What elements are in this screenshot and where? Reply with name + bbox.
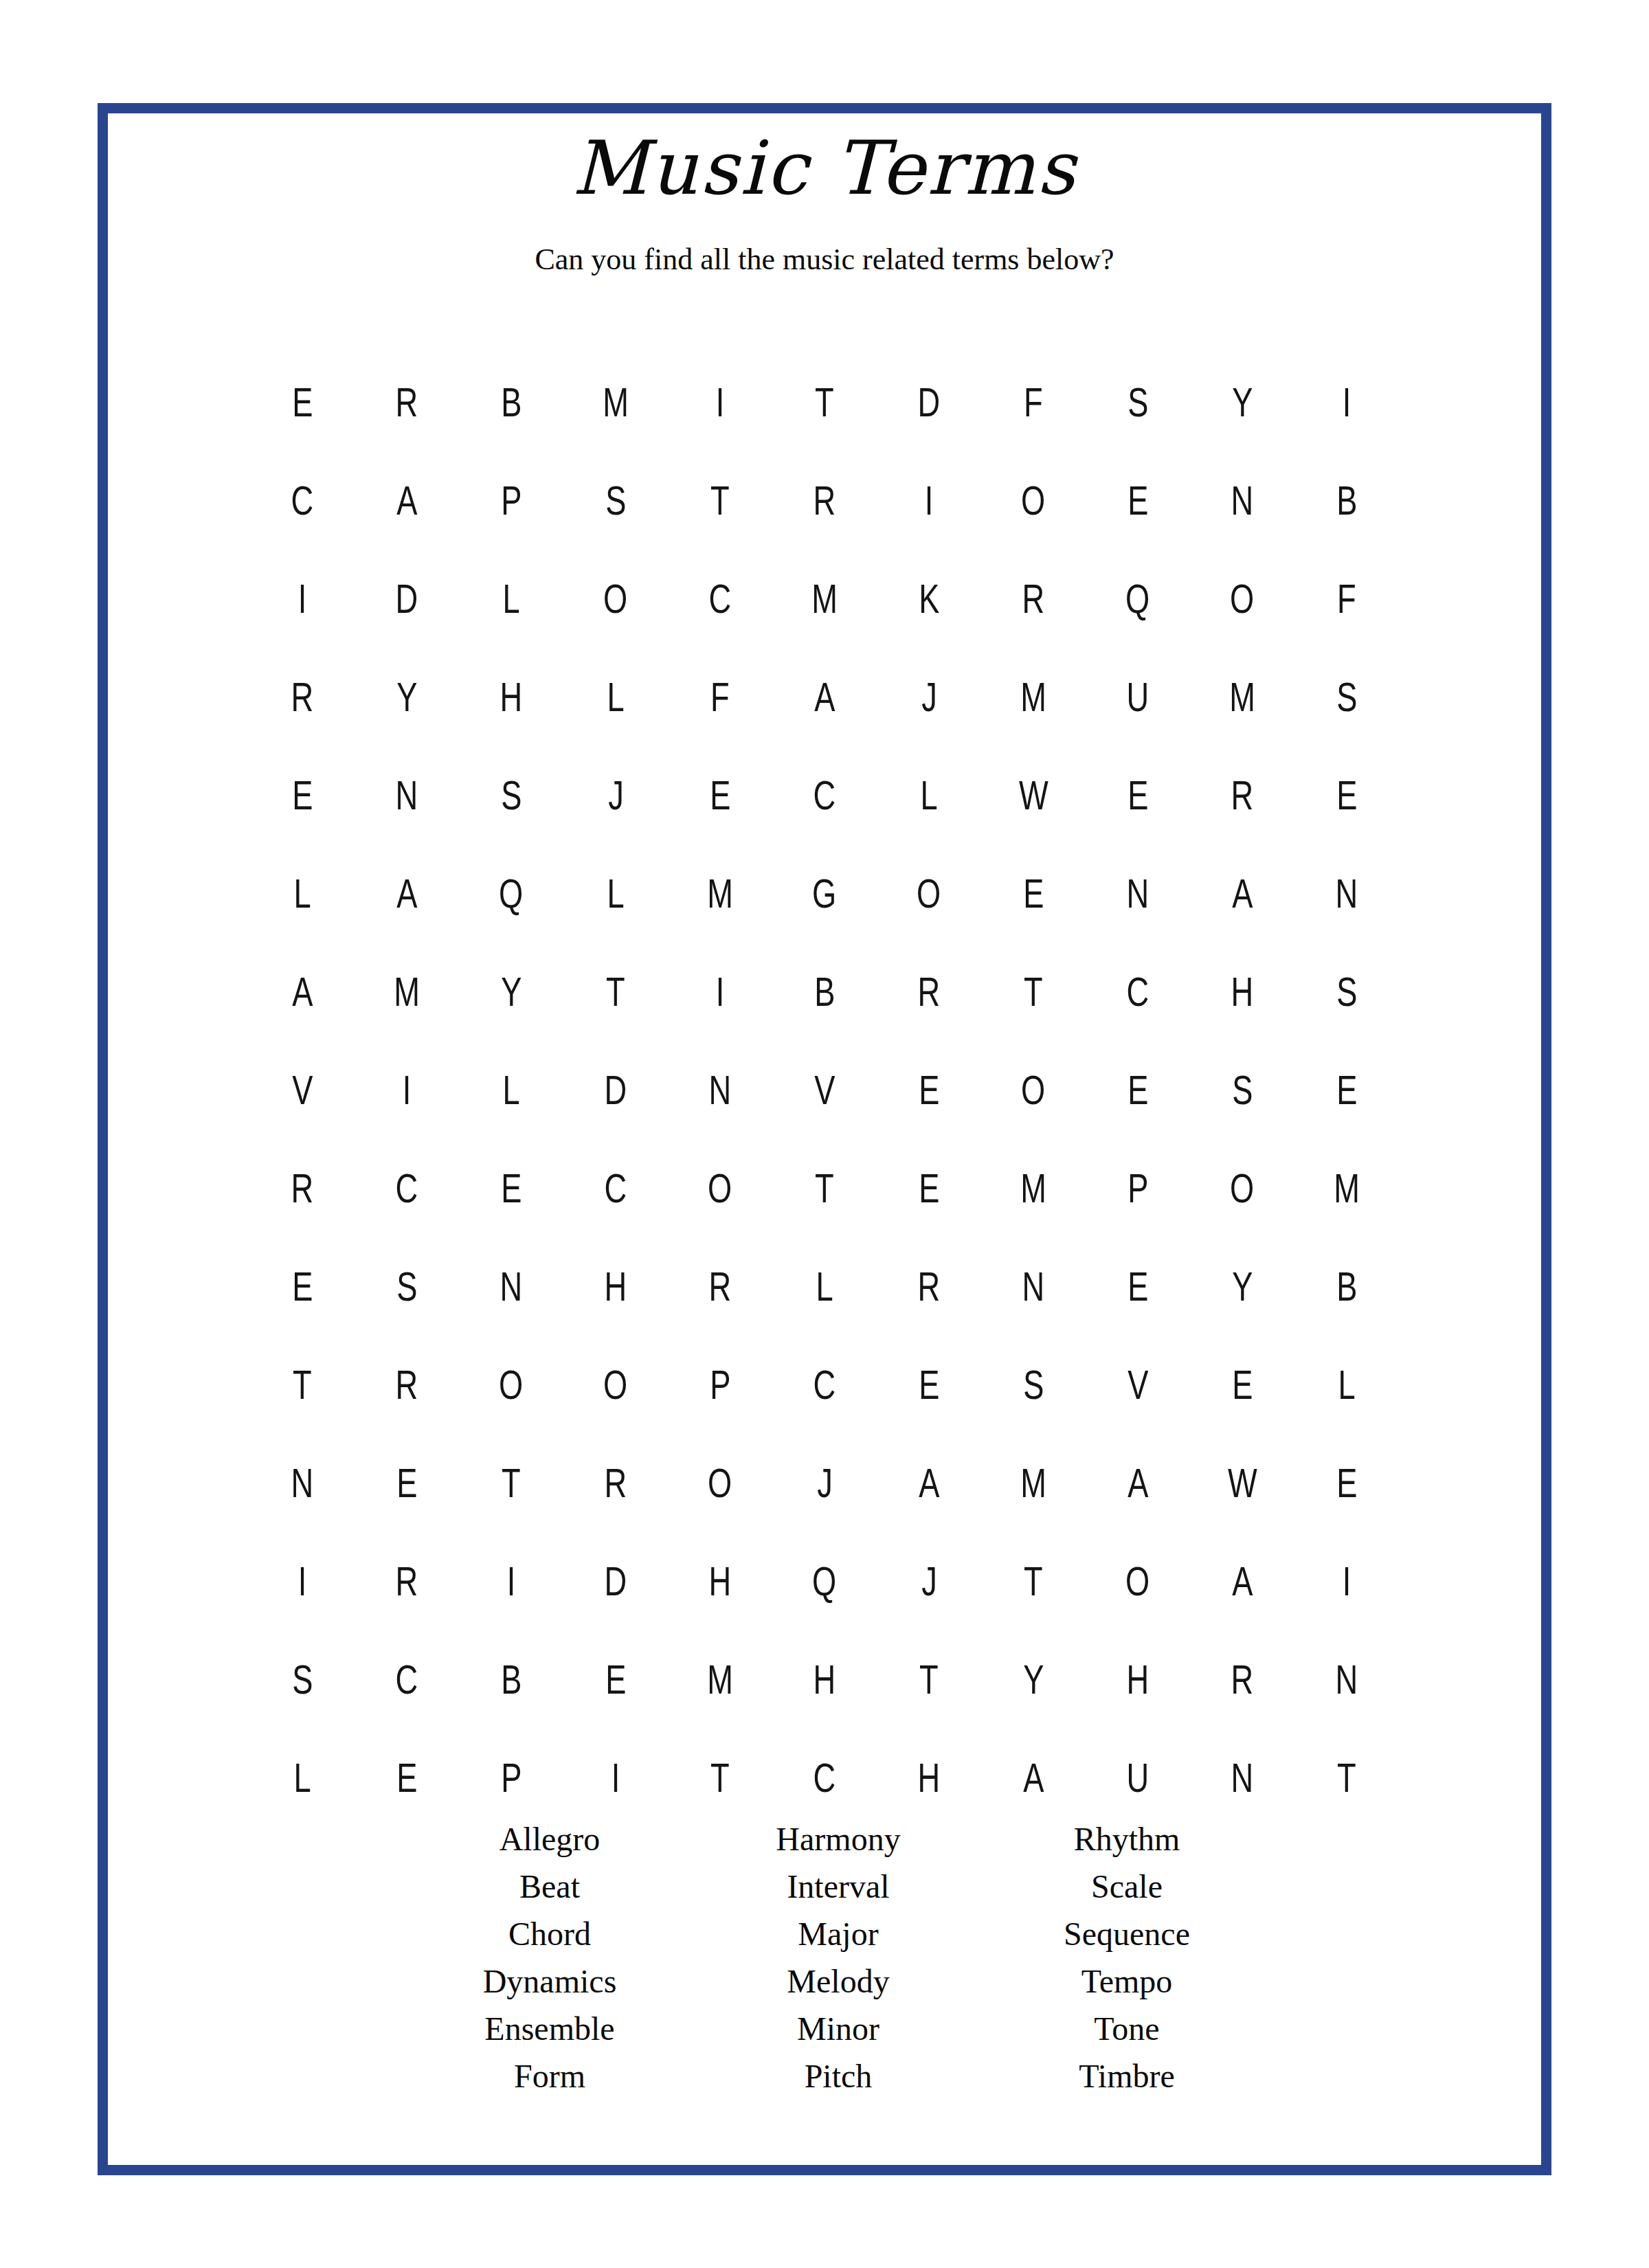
grid-cell-r11c5[interactable]: P: [668, 1336, 772, 1434]
grid-cell-r15c9[interactable]: U: [1086, 1729, 1190, 1827]
grid-cell-r11c11[interactable]: L: [1294, 1336, 1399, 1434]
grid-letter: O: [1125, 1558, 1149, 1604]
grid-cell-r13c9[interactable]: O: [1086, 1532, 1190, 1630]
grid-cell-r14c11[interactable]: N: [1294, 1630, 1399, 1729]
grid-cell-r9c2[interactable]: C: [355, 1139, 459, 1237]
grid-cell-r13c6[interactable]: Q: [772, 1532, 877, 1630]
grid-letter: O: [708, 1165, 732, 1211]
grid-cell-r9c7[interactable]: E: [877, 1139, 981, 1237]
grid-cell-r1c8[interactable]: F: [981, 353, 1086, 451]
grid-letter: R: [918, 1263, 941, 1310]
grid-cell-r12c2[interactable]: E: [355, 1434, 459, 1532]
grid-letter: A: [396, 477, 417, 524]
grid-letter: B: [501, 379, 521, 425]
grid-letter: P: [1128, 1165, 1148, 1211]
grid-cell-r14c9[interactable]: H: [1086, 1630, 1190, 1729]
grid-letter: B: [1336, 477, 1357, 524]
grid-cell-r6c1[interactable]: L: [250, 844, 355, 943]
grid-letter: D: [918, 379, 941, 425]
grid-cell-r7c11[interactable]: S: [1294, 943, 1399, 1041]
grid-cell-r6c9[interactable]: N: [1086, 844, 1190, 943]
grid-cell-r7c7[interactable]: R: [877, 943, 981, 1041]
word-list-item: Minor: [694, 2005, 983, 2052]
grid-cell-r3c1[interactable]: I: [250, 550, 355, 648]
grid-letter: M: [1020, 673, 1046, 720]
grid-cell-r11c6[interactable]: C: [772, 1336, 877, 1434]
grid-letter: R: [291, 673, 314, 720]
grid-cell-r14c4[interactable]: E: [563, 1630, 668, 1729]
grid-cell-r10c2[interactable]: S: [355, 1237, 459, 1336]
grid-cell-r13c5[interactable]: H: [668, 1532, 772, 1630]
grid-letter: C: [605, 1165, 627, 1211]
grid-letter: H: [918, 1754, 941, 1801]
puzzle-title: Music Terms: [0, 125, 1649, 211]
grid-letter: H: [1231, 968, 1254, 1015]
grid-cell-r13c8[interactable]: T: [981, 1532, 1086, 1630]
word-search-grid: ERBMITDFSYICAPSTRIOENBIDLOCMKRQOFRYHLFAJ…: [250, 353, 1399, 1827]
grid-cell-r4c9[interactable]: U: [1086, 648, 1190, 746]
grid-cell-r13c1[interactable]: I: [250, 1532, 355, 1630]
grid-letter: P: [710, 1361, 730, 1408]
grid-cell-r4c8[interactable]: M: [981, 648, 1086, 746]
grid-letter: L: [920, 772, 937, 818]
grid-letter: H: [709, 1558, 732, 1604]
grid-cell-r14c3[interactable]: B: [459, 1630, 563, 1729]
grid-letter: C: [814, 1754, 836, 1801]
grid-cell-r1c11[interactable]: I: [1294, 353, 1399, 451]
puzzle-page: Music Terms Can you find all the music r…: [0, 0, 1649, 2268]
grid-letter: N: [1231, 1754, 1254, 1801]
grid-cell-r13c3[interactable]: I: [459, 1532, 563, 1630]
grid-letter: N: [396, 772, 418, 818]
grid-cell-r10c7[interactable]: R: [877, 1237, 981, 1336]
grid-letter: A: [814, 673, 835, 720]
grid-letter: S: [396, 1263, 417, 1310]
grid-cell-r10c11[interactable]: B: [1294, 1237, 1399, 1336]
grid-cell-r2c8[interactable]: O: [981, 451, 1086, 550]
grid-letter: R: [814, 477, 836, 524]
grid-letter: O: [1021, 1066, 1045, 1113]
grid-letter: T: [710, 1754, 730, 1801]
grid-letter: A: [292, 968, 313, 1015]
word-list-item: Ensemble: [405, 2005, 694, 2052]
grid-letter: R: [1022, 575, 1045, 622]
grid-cell-r15c3[interactable]: P: [459, 1729, 563, 1827]
grid-letter: B: [814, 968, 835, 1015]
grid-cell-r12c8[interactable]: M: [981, 1434, 1086, 1532]
grid-letter: L: [293, 1754, 311, 1801]
grid-cell-r10c9[interactable]: E: [1086, 1237, 1190, 1336]
grid-cell-r2c2[interactable]: A: [355, 451, 459, 550]
grid-cell-r12c6[interactable]: J: [772, 1434, 877, 1532]
grid-letter: Y: [1232, 379, 1253, 425]
grid-cell-r8c4[interactable]: D: [563, 1041, 668, 1139]
grid-cell-r13c2[interactable]: R: [355, 1532, 459, 1630]
grid-letter: R: [709, 1263, 732, 1310]
word-list-item: Harmony: [694, 1815, 983, 1863]
grid-cell-r15c1[interactable]: L: [250, 1729, 355, 1827]
grid-cell-r3c6[interactable]: M: [772, 550, 877, 648]
grid-cell-r7c1[interactable]: A: [250, 943, 355, 1041]
word-list-item: Beat: [405, 1863, 694, 1910]
grid-cell-r5c7[interactable]: L: [877, 746, 981, 844]
grid-cell-r2c4[interactable]: S: [563, 451, 668, 550]
grid-cell-r6c11[interactable]: N: [1294, 844, 1399, 943]
grid-letter: M: [394, 968, 420, 1015]
grid-letter: E: [1336, 772, 1357, 818]
word-list-item: Form: [405, 2052, 694, 2100]
grid-cell-r7c3[interactable]: Y: [459, 943, 563, 1041]
grid-cell-r14c7[interactable]: T: [877, 1630, 981, 1729]
grid-letter: M: [707, 870, 733, 917]
grid-cell-r15c7[interactable]: H: [877, 1729, 981, 1827]
grid-letter: L: [502, 575, 519, 622]
grid-cell-r12c9[interactable]: A: [1086, 1434, 1190, 1532]
grid-cell-r11c4[interactable]: O: [563, 1336, 668, 1434]
grid-letter: E: [292, 1263, 313, 1310]
grid-cell-r2c5[interactable]: T: [668, 451, 772, 550]
grid-cell-r1c6[interactable]: T: [772, 353, 877, 451]
grid-letter: C: [291, 477, 314, 524]
word-list-item: Sequence: [983, 1910, 1271, 1957]
grid-cell-r4c6[interactable]: A: [772, 648, 877, 746]
grid-cell-r2c7[interactable]: I: [877, 451, 981, 550]
grid-cell-r1c1[interactable]: E: [250, 353, 355, 451]
grid-letter: I: [716, 968, 725, 1015]
grid-cell-r9c11[interactable]: M: [1294, 1139, 1399, 1237]
grid-cell-r8c1[interactable]: V: [250, 1041, 355, 1139]
grid-letter: L: [816, 1263, 833, 1310]
grid-letter: A: [919, 1459, 939, 1506]
grid-cell-r7c9[interactable]: C: [1086, 943, 1190, 1041]
grid-letter: E: [396, 1459, 417, 1506]
grid-cell-r2c3[interactable]: P: [459, 451, 563, 550]
grid-cell-r4c10[interactable]: M: [1190, 648, 1294, 746]
grid-cell-r12c4[interactable]: R: [563, 1434, 668, 1532]
grid-letter: O: [917, 870, 941, 917]
grid-cell-r12c11[interactable]: E: [1294, 1434, 1399, 1532]
grid-cell-r7c4[interactable]: T: [563, 943, 668, 1041]
grid-cell-r10c10[interactable]: Y: [1190, 1237, 1294, 1336]
grid-cell-r3c2[interactable]: D: [355, 550, 459, 648]
grid-letter: Q: [812, 1558, 836, 1604]
grid-cell-r15c11[interactable]: T: [1294, 1729, 1399, 1827]
grid-cell-r3c4[interactable]: O: [563, 550, 668, 648]
grid-letter: Y: [1232, 1263, 1253, 1310]
grid-cell-r15c5[interactable]: T: [668, 1729, 772, 1827]
grid-letter: U: [1127, 1754, 1149, 1801]
word-list-item: Pitch: [694, 2052, 983, 2100]
grid-cell-r2c1[interactable]: C: [250, 451, 355, 550]
grid-cell-r4c3[interactable]: H: [459, 648, 563, 746]
grid-cell-r3c9[interactable]: Q: [1086, 550, 1190, 648]
grid-letter: E: [1128, 772, 1148, 818]
grid-letter: A: [396, 870, 417, 917]
grid-cell-r10c1[interactable]: E: [250, 1237, 355, 1336]
grid-cell-r6c2[interactable]: A: [355, 844, 459, 943]
grid-cell-r8c10[interactable]: S: [1190, 1041, 1294, 1139]
grid-letter: R: [396, 1361, 418, 1408]
grid-letter: J: [608, 772, 624, 818]
grid-letter: T: [815, 379, 834, 425]
grid-letter: R: [605, 1459, 627, 1506]
grid-cell-r3c7[interactable]: K: [877, 550, 981, 648]
grid-letter: A: [1232, 870, 1253, 917]
grid-letter: O: [708, 1459, 732, 1506]
grid-cell-r6c4[interactable]: L: [563, 844, 668, 943]
grid-letter: S: [605, 477, 626, 524]
grid-cell-r9c3[interactable]: E: [459, 1139, 563, 1237]
grid-letter: C: [709, 575, 732, 622]
grid-cell-r4c2[interactable]: Y: [355, 648, 459, 746]
grid-letter: T: [1337, 1754, 1356, 1801]
grid-cell-r2c6[interactable]: R: [772, 451, 877, 550]
word-list-item: Interval: [694, 1863, 983, 1910]
grid-cell-r1c9[interactable]: S: [1086, 353, 1190, 451]
grid-letter: T: [919, 1656, 939, 1703]
grid-cell-r11c1[interactable]: T: [250, 1336, 355, 1434]
grid-letter: P: [501, 1754, 521, 1801]
grid-cell-r5c11[interactable]: E: [1294, 746, 1399, 844]
grid-letter: N: [291, 1459, 314, 1506]
grid-letter: T: [1024, 1558, 1043, 1604]
word-list-item: Major: [694, 1910, 983, 1957]
word-list-column2: HarmonyIntervalMajorMelodyMinorPitch: [694, 1815, 983, 2100]
word-list-item: Tone: [983, 2005, 1271, 2052]
grid-cell-r4c5[interactable]: F: [668, 648, 772, 746]
grid-letter: E: [501, 1165, 521, 1211]
grid-cell-r8c5[interactable]: N: [668, 1041, 772, 1139]
grid-cell-r15c2[interactable]: E: [355, 1729, 459, 1827]
grid-cell-r6c3[interactable]: Q: [459, 844, 563, 943]
grid-cell-r8c11[interactable]: E: [1294, 1041, 1399, 1139]
grid-cell-r11c2[interactable]: R: [355, 1336, 459, 1434]
grid-letter: E: [1336, 1066, 1357, 1113]
grid-cell-r3c3[interactable]: L: [459, 550, 563, 648]
grid-cell-r6c10[interactable]: A: [1190, 844, 1294, 943]
grid-letter: N: [1231, 477, 1254, 524]
grid-letter: E: [710, 772, 730, 818]
grid-letter: E: [1128, 477, 1148, 524]
grid-cell-r11c9[interactable]: V: [1086, 1336, 1190, 1434]
grid-letter: I: [1343, 1558, 1351, 1604]
grid-letter: T: [293, 1361, 312, 1408]
grid-letter: E: [1336, 1459, 1357, 1506]
grid-cell-r10c3[interactable]: N: [459, 1237, 563, 1336]
grid-cell-r14c2[interactable]: C: [355, 1630, 459, 1729]
grid-cell-r15c4[interactable]: I: [563, 1729, 668, 1827]
grid-cell-r11c7[interactable]: E: [877, 1336, 981, 1434]
grid-letter: E: [1023, 870, 1044, 917]
grid-cell-r5c4[interactable]: J: [563, 746, 668, 844]
grid-cell-r10c6[interactable]: L: [772, 1237, 877, 1336]
grid-letter: C: [396, 1165, 418, 1211]
grid-letter: Q: [1125, 575, 1149, 622]
grid-letter: S: [501, 772, 521, 818]
grid-letter: M: [603, 379, 629, 425]
grid-letter: V: [292, 1066, 313, 1113]
grid-cell-r5c9[interactable]: E: [1086, 746, 1190, 844]
grid-letter: S: [292, 1656, 313, 1703]
grid-cell-r2c10[interactable]: N: [1190, 451, 1294, 550]
grid-cell-r6c6[interactable]: G: [772, 844, 877, 943]
grid-cell-r7c8[interactable]: T: [981, 943, 1086, 1041]
grid-letter: M: [1020, 1459, 1046, 1506]
grid-cell-r4c1[interactable]: R: [250, 648, 355, 746]
grid-letter: Q: [499, 870, 523, 917]
grid-letter: U: [1127, 673, 1149, 720]
grid-cell-r9c4[interactable]: C: [563, 1139, 668, 1237]
grid-cell-r12c1[interactable]: N: [250, 1434, 355, 1532]
grid-cell-r1c10[interactable]: Y: [1190, 353, 1294, 451]
grid-letter: O: [1230, 1165, 1254, 1211]
grid-letter: Y: [501, 968, 521, 1015]
grid-cell-r14c1[interactable]: S: [250, 1630, 355, 1729]
grid-cell-r7c5[interactable]: I: [668, 943, 772, 1041]
grid-letter: I: [298, 575, 307, 622]
grid-letter: D: [605, 1558, 627, 1604]
grid-cell-r1c7[interactable]: D: [877, 353, 981, 451]
grid-letter: I: [507, 1558, 516, 1604]
grid-cell-r9c6[interactable]: T: [772, 1139, 877, 1237]
grid-letter: A: [1023, 1754, 1044, 1801]
grid-cell-r5c8[interactable]: W: [981, 746, 1086, 844]
grid-cell-r10c4[interactable]: H: [563, 1237, 668, 1336]
grid-cell-r9c1[interactable]: R: [250, 1139, 355, 1237]
grid-letter: N: [709, 1066, 732, 1113]
grid-cell-r14c10[interactable]: R: [1190, 1630, 1294, 1729]
grid-cell-r11c8[interactable]: S: [981, 1336, 1086, 1434]
grid-letter: J: [921, 673, 937, 720]
word-list-item: Dynamics: [405, 1957, 694, 2005]
grid-letter: S: [1232, 1066, 1253, 1113]
grid-cell-r1c2[interactable]: R: [355, 353, 459, 451]
grid-cell-r11c10[interactable]: E: [1190, 1336, 1294, 1434]
grid-cell-r6c8[interactable]: E: [981, 844, 1086, 943]
grid-cell-r7c10[interactable]: H: [1190, 943, 1294, 1041]
grid-letter: E: [1232, 1361, 1253, 1408]
grid-letter: S: [1023, 1361, 1044, 1408]
grid-cell-r10c8[interactable]: N: [981, 1237, 1086, 1336]
grid-cell-r8c3[interactable]: L: [459, 1041, 563, 1139]
grid-cell-r15c6[interactable]: C: [772, 1729, 877, 1827]
grid-cell-r9c5[interactable]: O: [668, 1139, 772, 1237]
word-list-item: Melody: [694, 1957, 983, 2005]
grid-cell-r5c3[interactable]: S: [459, 746, 563, 844]
grid-cell-r14c8[interactable]: Y: [981, 1630, 1086, 1729]
grid-letter: I: [925, 477, 934, 524]
grid-cell-r6c5[interactable]: M: [668, 844, 772, 943]
grid-letter: N: [1022, 1263, 1045, 1310]
grid-cell-r13c11[interactable]: I: [1294, 1532, 1399, 1630]
grid-cell-r8c6[interactable]: V: [772, 1041, 877, 1139]
grid-letter: L: [1338, 1361, 1355, 1408]
grid-letter: R: [1231, 1656, 1254, 1703]
grid-letter: M: [1020, 1165, 1046, 1211]
grid-cell-r4c7[interactable]: J: [877, 648, 981, 746]
grid-letter: L: [502, 1066, 519, 1113]
grid-letter: R: [918, 968, 941, 1015]
grid-letter: N: [1336, 1656, 1358, 1703]
grid-cell-r5c6[interactable]: C: [772, 746, 877, 844]
grid-letter: M: [811, 575, 838, 622]
grid-letter: I: [298, 1558, 307, 1604]
grid-cell-r12c3[interactable]: T: [459, 1434, 563, 1532]
grid-cell-r15c10[interactable]: N: [1190, 1729, 1294, 1827]
grid-cell-r13c10[interactable]: A: [1190, 1532, 1294, 1630]
grid-cell-r4c11[interactable]: S: [1294, 648, 1399, 746]
grid-letter: H: [605, 1263, 627, 1310]
grid-cell-r12c10[interactable]: W: [1190, 1434, 1294, 1532]
grid-cell-r12c5[interactable]: O: [668, 1434, 772, 1532]
grid-letter: F: [1337, 575, 1356, 622]
grid-cell-r8c7[interactable]: E: [877, 1041, 981, 1139]
grid-letter: C: [814, 772, 836, 818]
grid-cell-r8c8[interactable]: O: [981, 1041, 1086, 1139]
grid-cell-r3c8[interactable]: R: [981, 550, 1086, 648]
grid-cell-r2c11[interactable]: B: [1294, 451, 1399, 550]
grid-cell-r5c1[interactable]: E: [250, 746, 355, 844]
grid-cell-r1c3[interactable]: B: [459, 353, 563, 451]
grid-cell-r8c2[interactable]: I: [355, 1041, 459, 1139]
grid-letter: F: [710, 673, 730, 720]
grid-cell-r3c5[interactable]: C: [668, 550, 772, 648]
word-list-item: Allegro: [405, 1815, 694, 1863]
grid-cell-r1c4[interactable]: M: [563, 353, 668, 451]
grid-cell-r5c2[interactable]: N: [355, 746, 459, 844]
grid-cell-r8c9[interactable]: E: [1086, 1041, 1190, 1139]
grid-letter: L: [607, 870, 624, 917]
grid-cell-r7c6[interactable]: B: [772, 943, 877, 1041]
grid-letter: A: [1128, 1459, 1148, 1506]
grid-letter: H: [814, 1656, 836, 1703]
grid-letter: B: [1336, 1263, 1357, 1310]
grid-cell-r3c11[interactable]: F: [1294, 550, 1399, 648]
grid-cell-r10c5[interactable]: R: [668, 1237, 772, 1336]
grid-cell-r9c8[interactable]: M: [981, 1139, 1086, 1237]
grid-letter: R: [396, 1558, 418, 1604]
grid-letter: I: [403, 1066, 412, 1113]
grid-letter: E: [919, 1165, 939, 1211]
grid-cell-r14c5[interactable]: M: [668, 1630, 772, 1729]
grid-letter: T: [502, 1459, 521, 1506]
grid-cell-r11c3[interactable]: O: [459, 1336, 563, 1434]
grid-cell-r9c9[interactable]: P: [1086, 1139, 1190, 1237]
grid-cell-r13c4[interactable]: D: [563, 1532, 668, 1630]
grid-letter: O: [1230, 575, 1254, 622]
grid-cell-r3c10[interactable]: O: [1190, 550, 1294, 648]
grid-cell-r14c6[interactable]: H: [772, 1630, 877, 1729]
grid-cell-r15c8[interactable]: A: [981, 1729, 1086, 1827]
grid-letter: S: [1336, 968, 1357, 1015]
grid-cell-r9c10[interactable]: O: [1190, 1139, 1294, 1237]
grid-cell-r2c9[interactable]: E: [1086, 451, 1190, 550]
grid-cell-r5c5[interactable]: E: [668, 746, 772, 844]
grid-letter: T: [1024, 968, 1043, 1015]
grid-letter: R: [1231, 772, 1254, 818]
grid-letter: E: [919, 1066, 939, 1113]
grid-cell-r1c5[interactable]: I: [668, 353, 772, 451]
word-list-item: Rhythm: [983, 1815, 1271, 1863]
grid-cell-r12c7[interactable]: A: [877, 1434, 981, 1532]
grid-letter: O: [603, 1361, 627, 1408]
grid-cell-r5c10[interactable]: R: [1190, 746, 1294, 844]
grid-cell-r7c2[interactable]: M: [355, 943, 459, 1041]
grid-cell-r6c7[interactable]: O: [877, 844, 981, 943]
grid-cell-r4c4[interactable]: L: [563, 648, 668, 746]
grid-letter: L: [607, 673, 624, 720]
grid-cell-r13c7[interactable]: J: [877, 1532, 981, 1630]
